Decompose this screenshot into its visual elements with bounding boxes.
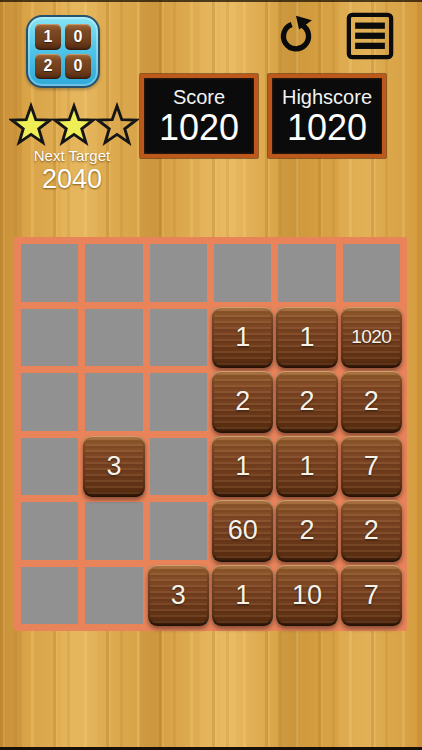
number-tile[interactable]: 3	[83, 436, 144, 498]
board-cell	[150, 438, 207, 496]
number-tile[interactable]: 2	[276, 371, 337, 433]
board-cell	[150, 244, 207, 302]
board-cell: 2	[278, 502, 335, 560]
app-icon: 1020	[26, 15, 100, 88]
board-cell: 1	[214, 309, 271, 367]
number-tile[interactable]: 7	[341, 565, 402, 627]
board-cell: 60	[214, 502, 271, 560]
score-label: Score	[173, 86, 225, 108]
board-cell	[21, 309, 78, 367]
score-value: 1020	[159, 110, 239, 146]
board-cell: 1	[214, 567, 271, 625]
board-cell	[85, 373, 142, 431]
menu-icon	[346, 12, 394, 60]
menu-button[interactable]	[346, 12, 394, 60]
board-cell	[85, 309, 142, 367]
board-cell: 1	[214, 438, 271, 496]
number-tile[interactable]: 2	[276, 500, 337, 562]
board-cell	[214, 244, 271, 302]
number-tile[interactable]: 1	[212, 436, 273, 498]
highscore-value: 1020	[287, 110, 367, 146]
board-cell: 2	[343, 373, 400, 431]
score-panel: Score 1020	[140, 74, 258, 158]
board-cell: 2	[343, 502, 400, 560]
star-empty-icon	[95, 101, 139, 148]
board-cell	[85, 244, 142, 302]
board-cell	[150, 309, 207, 367]
number-tile[interactable]: 2	[212, 371, 273, 433]
board-cell: 7	[343, 438, 400, 496]
board-cell: 3	[150, 567, 207, 625]
highscore-panel: Highscore 1020	[268, 74, 386, 158]
star-filled-icon	[52, 101, 96, 148]
number-tile[interactable]: 2	[341, 500, 402, 562]
number-tile[interactable]: 1020	[341, 307, 402, 369]
highscore-label: Highscore	[282, 86, 372, 108]
board-cell: 2	[214, 373, 271, 431]
number-tile[interactable]: 1	[212, 307, 273, 369]
number-tile[interactable]: 1	[212, 565, 273, 627]
star-rating	[9, 101, 138, 148]
board-cell	[21, 438, 78, 496]
app-icon-tile: 0	[65, 24, 91, 50]
board-cell: 3	[85, 438, 142, 496]
board-cell	[21, 502, 78, 560]
board-cell	[85, 567, 142, 625]
number-tile[interactable]: 7	[341, 436, 402, 498]
app-icon-tile: 0	[65, 54, 91, 80]
board-cell: 2	[278, 373, 335, 431]
restart-icon	[277, 12, 315, 56]
board-cell: 1	[278, 309, 335, 367]
board-cell: 7	[343, 567, 400, 625]
number-tile[interactable]: 2	[341, 371, 402, 433]
next-target-value: 2040	[2, 164, 142, 195]
board-cell: 1	[278, 438, 335, 496]
board-cell	[150, 502, 207, 560]
number-tile[interactable]: 1	[276, 307, 337, 369]
board-cell	[343, 244, 400, 302]
game-screen: 1020 Score 1020 Highscore 1020	[0, 0, 422, 750]
board-cell	[21, 244, 78, 302]
board-cell	[278, 244, 335, 302]
star-filled-icon	[9, 101, 53, 148]
next-target-label: Next Target	[2, 147, 142, 164]
app-icon-tile: 1	[35, 24, 61, 50]
restart-button[interactable]	[277, 12, 315, 56]
board-cell	[150, 373, 207, 431]
board-cell	[21, 373, 78, 431]
app-icon-tile: 2	[35, 54, 61, 80]
board-cell	[21, 567, 78, 625]
board-cell: 1020	[343, 309, 400, 367]
board-cell: 10	[278, 567, 335, 625]
number-tile[interactable]: 10	[276, 565, 337, 627]
board-cell	[85, 502, 142, 560]
number-tile[interactable]: 60	[212, 500, 273, 562]
number-tile[interactable]: 1	[276, 436, 337, 498]
number-tile[interactable]: 3	[148, 565, 209, 627]
game-board[interactable]: 1110202223117602231107	[14, 237, 407, 631]
